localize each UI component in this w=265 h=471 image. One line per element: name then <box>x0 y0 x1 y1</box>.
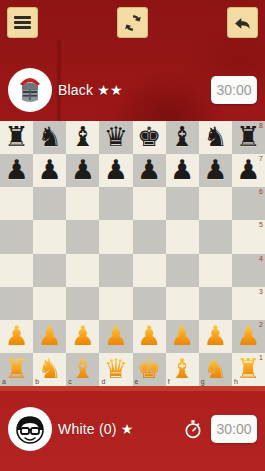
piece-black-pawn: ♟ <box>166 154 199 187</box>
square-f3[interactable] <box>166 287 199 320</box>
square-g4[interactable] <box>199 254 232 287</box>
square-h6[interactable]: 6 <box>232 187 265 220</box>
square-b5[interactable] <box>33 220 66 253</box>
piece-white-pawn: ♟ <box>66 320 99 353</box>
white-player-name: White (0) ★ <box>58 407 133 451</box>
square-d6[interactable] <box>99 187 132 220</box>
square-b7[interactable]: ♟ <box>33 154 66 187</box>
piece-black-knight: ♞ <box>33 121 66 154</box>
undo-arrow-icon <box>233 13 253 33</box>
boy-face-icon <box>10 409 50 449</box>
square-g5[interactable] <box>199 220 232 253</box>
piece-black-pawn: ♟ <box>133 154 166 187</box>
rank-label-6: 6 <box>259 188 263 195</box>
black-player-name: Black ★★ <box>58 68 123 112</box>
piece-black-pawn: ♟ <box>33 154 66 187</box>
square-c6[interactable] <box>66 187 99 220</box>
square-a7[interactable]: ♟ <box>0 154 33 187</box>
white-clock: 30:00 <box>211 415 257 443</box>
piece-black-pawn: ♟ <box>99 154 132 187</box>
piece-white-pawn: ♟ <box>199 320 232 353</box>
refresh-icon <box>123 13 143 33</box>
square-h1[interactable]: ♜1h <box>232 353 265 386</box>
square-d3[interactable] <box>99 287 132 320</box>
rank-label-8: 8 <box>259 122 263 129</box>
square-e2[interactable]: ♟ <box>133 320 166 353</box>
chess-board: ♜♞♝♛♚♝♞♜8♟♟♟♟♟♟♟♟76543♟♟♟♟♟♟♟♟2♜a♞b♝c♛d♚… <box>0 121 265 386</box>
square-g3[interactable] <box>199 287 232 320</box>
square-d7[interactable]: ♟ <box>99 154 132 187</box>
rank-label-2: 2 <box>259 321 263 328</box>
rank-label-7: 7 <box>259 155 263 162</box>
black-player-row: Black ★★ 30:00 <box>0 68 265 112</box>
square-b1[interactable]: ♞b <box>33 353 66 386</box>
square-g2[interactable]: ♟ <box>199 320 232 353</box>
square-c8[interactable]: ♝ <box>66 121 99 154</box>
square-a2[interactable]: ♟ <box>0 320 33 353</box>
square-h3[interactable]: 3 <box>232 287 265 320</box>
knight-helmet-icon <box>10 70 50 110</box>
square-h7[interactable]: ♟7 <box>232 154 265 187</box>
rank-label-4: 4 <box>259 255 263 262</box>
piece-white-pawn: ♟ <box>166 320 199 353</box>
piece-black-queen: ♛ <box>99 121 132 154</box>
square-d4[interactable] <box>99 254 132 287</box>
square-a5[interactable] <box>0 220 33 253</box>
square-f6[interactable] <box>166 187 199 220</box>
stopwatch-icon[interactable] <box>183 419 203 439</box>
piece-black-pawn: ♟ <box>199 154 232 187</box>
square-f2[interactable]: ♟ <box>166 320 199 353</box>
square-d2[interactable]: ♟ <box>99 320 132 353</box>
piece-white-pawn: ♟ <box>133 320 166 353</box>
square-b6[interactable] <box>33 187 66 220</box>
square-c5[interactable] <box>66 220 99 253</box>
square-h2[interactable]: ♟2 <box>232 320 265 353</box>
square-f5[interactable] <box>166 220 199 253</box>
square-c1[interactable]: ♝c <box>66 353 99 386</box>
square-a6[interactable] <box>0 187 33 220</box>
piece-black-bishop: ♝ <box>166 121 199 154</box>
file-label-e: e <box>135 378 139 385</box>
square-c3[interactable] <box>66 287 99 320</box>
square-e1[interactable]: ♚e <box>133 353 166 386</box>
black-avatar[interactable] <box>10 70 50 110</box>
piece-black-knight: ♞ <box>199 121 232 154</box>
piece-black-pawn: ♟ <box>66 154 99 187</box>
piece-black-king: ♚ <box>133 121 166 154</box>
piece-black-bishop: ♝ <box>66 121 99 154</box>
piece-black-rook: ♜ <box>0 121 33 154</box>
file-label-h: h <box>234 378 238 385</box>
square-e4[interactable] <box>133 254 166 287</box>
piece-white-bishop: ♝ <box>166 353 199 386</box>
undo-button[interactable] <box>227 7 258 38</box>
file-label-d: d <box>101 378 105 385</box>
square-d5[interactable] <box>99 220 132 253</box>
rank-label-5: 5 <box>259 221 263 228</box>
square-b2[interactable]: ♟ <box>33 320 66 353</box>
square-e6[interactable] <box>133 187 166 220</box>
square-h8[interactable]: ♜8 <box>232 121 265 154</box>
square-e8[interactable]: ♚ <box>133 121 166 154</box>
square-a4[interactable] <box>0 254 33 287</box>
piece-white-pawn: ♟ <box>99 320 132 353</box>
piece-white-pawn: ♟ <box>33 320 66 353</box>
square-e3[interactable] <box>133 287 166 320</box>
square-g8[interactable]: ♞ <box>199 121 232 154</box>
chess-app-screen: Black ★★ 30:00 ♜♞♝♛♚♝♞♜8♟♟♟♟♟♟♟♟76543♟♟♟… <box>0 0 265 471</box>
square-b4[interactable] <box>33 254 66 287</box>
file-label-f: f <box>168 378 170 385</box>
square-d8[interactable]: ♛ <box>99 121 132 154</box>
square-f8[interactable]: ♝ <box>166 121 199 154</box>
piece-white-pawn: ♟ <box>0 320 33 353</box>
file-label-g: g <box>201 378 205 385</box>
file-label-b: b <box>35 378 39 385</box>
square-f4[interactable] <box>166 254 199 287</box>
square-g7[interactable]: ♟ <box>199 154 232 187</box>
square-b3[interactable] <box>33 287 66 320</box>
square-h5[interactable]: 5 <box>232 220 265 253</box>
white-player-row: White (0) ★ 30:00 <box>0 407 265 451</box>
refresh-button[interactable] <box>117 7 148 38</box>
square-g6[interactable] <box>199 187 232 220</box>
rank-label-1: 1 <box>259 354 263 361</box>
square-b8[interactable]: ♞ <box>33 121 66 154</box>
square-g1[interactable]: ♞g <box>199 353 232 386</box>
square-c2[interactable]: ♟ <box>66 320 99 353</box>
menu-button[interactable] <box>7 7 38 38</box>
square-c4[interactable] <box>66 254 99 287</box>
square-h4[interactable]: 4 <box>232 254 265 287</box>
square-d1[interactable]: ♛d <box>99 353 132 386</box>
square-f7[interactable]: ♟ <box>166 154 199 187</box>
square-c7[interactable]: ♟ <box>66 154 99 187</box>
hamburger-icon <box>14 16 31 29</box>
black-clock: 30:00 <box>211 76 257 104</box>
square-a3[interactable] <box>0 287 33 320</box>
square-a8[interactable]: ♜ <box>0 121 33 154</box>
square-e7[interactable]: ♟ <box>133 154 166 187</box>
rank-label-3: 3 <box>259 288 263 295</box>
square-a1[interactable]: ♜a <box>0 353 33 386</box>
white-avatar[interactable] <box>10 409 50 449</box>
file-label-c: c <box>68 378 72 385</box>
square-e5[interactable] <box>133 220 166 253</box>
square-f1[interactable]: ♝f <box>166 353 199 386</box>
file-label-a: a <box>2 378 6 385</box>
piece-black-pawn: ♟ <box>0 154 33 187</box>
